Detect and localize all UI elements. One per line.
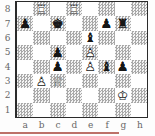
- rank-label-3: 3: [0, 74, 15, 88]
- rank-label-7: 7: [0, 16, 15, 30]
- square-h5[interactable]: [131, 45, 147, 59]
- piece-black-pawn-g4: ♟♟: [116, 60, 130, 74]
- white-pawn-glyph: ♙: [83, 60, 97, 74]
- square-a5[interactable]: [17, 45, 33, 59]
- black-king-glyph: ♚: [51, 17, 65, 31]
- square-e4[interactable]: ♟♙: [82, 60, 98, 74]
- square-b6[interactable]: [33, 31, 49, 45]
- square-b3[interactable]: ♟♙: [33, 74, 49, 88]
- rank-label-4: 4: [0, 60, 15, 74]
- piece-black-bishop-f4: ♝♝: [99, 60, 113, 74]
- square-c6[interactable]: [50, 31, 66, 45]
- scan-underline-mark: [0, 132, 119, 134]
- file-labels: abcdefgh: [17, 117, 148, 132]
- square-d7[interactable]: [66, 16, 82, 30]
- file-label-g: g: [115, 117, 131, 132]
- square-b7[interactable]: [33, 16, 49, 30]
- square-a3[interactable]: [17, 74, 33, 88]
- square-f3[interactable]: [98, 74, 114, 88]
- square-e8[interactable]: [82, 2, 98, 16]
- white-king-glyph: ♔: [116, 88, 130, 102]
- square-d6[interactable]: [66, 31, 82, 45]
- file-label-e: e: [83, 117, 99, 132]
- square-e2[interactable]: [82, 88, 98, 102]
- square-d2[interactable]: [66, 88, 82, 102]
- square-a7[interactable]: ♟♟: [17, 16, 33, 30]
- square-b2[interactable]: [33, 88, 49, 102]
- square-f7[interactable]: ♟♟: [98, 16, 114, 30]
- white-pawn-glyph: ♙: [34, 74, 48, 88]
- square-b1[interactable]: [33, 103, 49, 117]
- white-rook-glyph: ♖: [67, 2, 81, 16]
- square-f8[interactable]: [98, 2, 114, 16]
- piece-white-rook-b8: ♜♖: [34, 2, 48, 16]
- square-a8[interactable]: [17, 2, 33, 16]
- chess-diagram: 87654321 ♜♖♜♖♟♟♚♚♟♟♜♜♝♝♟♟♟♙♟♟♟♙♝♝♟♟♟♙♛♕♚…: [0, 0, 155, 136]
- square-c8[interactable]: [50, 2, 66, 16]
- square-f4[interactable]: ♝♝: [98, 60, 114, 74]
- square-d8[interactable]: ♜♖: [66, 2, 82, 16]
- square-d5[interactable]: [66, 45, 82, 59]
- square-g1[interactable]: [115, 103, 131, 117]
- piece-white-pawn-e5: ♟♙: [83, 45, 97, 59]
- piece-black-king-c7: ♚♚: [51, 17, 65, 31]
- square-c1[interactable]: [50, 103, 66, 117]
- square-e6[interactable]: ♝♝: [82, 31, 98, 45]
- square-c5[interactable]: ♟♟: [50, 45, 66, 59]
- square-g3[interactable]: [115, 74, 131, 88]
- square-b8[interactable]: ♜♖: [33, 2, 49, 16]
- square-g8[interactable]: [115, 2, 131, 16]
- square-c4[interactable]: ♟♟: [50, 60, 66, 74]
- piece-black-rook-g7: ♜♜: [116, 17, 130, 31]
- piece-black-bishop-e6: ♝♝: [83, 31, 97, 45]
- rank-labels: 87654321: [0, 2, 15, 117]
- square-f1[interactable]: [98, 103, 114, 117]
- black-bishop-glyph: ♝: [83, 31, 97, 45]
- piece-white-queen-c3: ♛♕: [51, 74, 65, 88]
- black-pawn-glyph: ♟: [51, 60, 65, 74]
- square-h6[interactable]: [131, 31, 147, 45]
- rank-label-5: 5: [0, 45, 15, 59]
- piece-white-king-g2: ♚♔: [116, 88, 130, 102]
- rank-label-6: 6: [0, 31, 15, 45]
- square-c7[interactable]: ♚♚: [50, 16, 66, 30]
- file-label-c: c: [50, 117, 66, 132]
- white-queen-glyph: ♕: [51, 74, 65, 88]
- square-d4[interactable]: [66, 60, 82, 74]
- file-label-d: d: [66, 117, 82, 132]
- square-f2[interactable]: [98, 88, 114, 102]
- square-h2[interactable]: [131, 88, 147, 102]
- file-label-a: a: [17, 117, 33, 132]
- black-pawn-glyph: ♟: [51, 45, 65, 59]
- file-label-b: b: [33, 117, 49, 132]
- square-h3[interactable]: [131, 74, 147, 88]
- square-b5[interactable]: [33, 45, 49, 59]
- square-e5[interactable]: ♟♙: [82, 45, 98, 59]
- square-b4[interactable]: [33, 60, 49, 74]
- rank-label-2: 2: [0, 88, 15, 102]
- square-a2[interactable]: [17, 88, 33, 102]
- square-g6[interactable]: [115, 31, 131, 45]
- square-d3[interactable]: [66, 74, 82, 88]
- piece-white-pawn-b3: ♟♙: [34, 74, 48, 88]
- piece-white-rook-d8: ♜♖: [67, 2, 81, 16]
- square-f5[interactable]: [98, 45, 114, 59]
- square-e7[interactable]: [82, 16, 98, 30]
- square-g2[interactable]: ♚♔: [115, 88, 131, 102]
- white-rook-glyph: ♖: [34, 2, 48, 16]
- square-a6[interactable]: [17, 31, 33, 45]
- file-label-h: h: [132, 117, 148, 132]
- square-d1[interactable]: [66, 103, 82, 117]
- piece-black-pawn-a7: ♟♟: [18, 17, 32, 31]
- black-rook-glyph: ♜: [116, 17, 130, 31]
- square-f6[interactable]: [98, 31, 114, 45]
- square-a1[interactable]: [17, 103, 33, 117]
- black-pawn-glyph: ♟: [18, 17, 32, 31]
- piece-white-pawn-e4: ♟♙: [83, 60, 97, 74]
- square-h8[interactable]: [131, 2, 147, 16]
- black-pawn-glyph: ♟: [99, 17, 113, 31]
- square-g4[interactable]: ♟♟: [115, 60, 131, 74]
- chess-board: ♜♖♜♖♟♟♚♚♟♟♜♜♝♝♟♟♟♙♟♟♟♙♝♝♟♟♟♙♛♕♚♔: [15, 1, 148, 118]
- square-h4[interactable]: [131, 60, 147, 74]
- rank-label-8: 8: [0, 2, 15, 16]
- square-e1[interactable]: [82, 103, 98, 117]
- white-pawn-glyph: ♙: [83, 45, 97, 59]
- black-pawn-glyph: ♟: [116, 60, 130, 74]
- piece-black-pawn-c4: ♟♟: [51, 60, 65, 74]
- piece-black-pawn-f7: ♟♟: [99, 17, 113, 31]
- piece-black-pawn-c5: ♟♟: [51, 45, 65, 59]
- square-h7[interactable]: [131, 16, 147, 30]
- square-c3[interactable]: ♛♕: [50, 74, 66, 88]
- square-c2[interactable]: [50, 88, 66, 102]
- black-bishop-glyph: ♝: [99, 60, 113, 74]
- square-g5[interactable]: [115, 45, 131, 59]
- square-e3[interactable]: [82, 74, 98, 88]
- square-h1[interactable]: [131, 103, 147, 117]
- file-label-f: f: [99, 117, 115, 132]
- square-a4[interactable]: [17, 60, 33, 74]
- rank-label-1: 1: [0, 103, 15, 117]
- square-g7[interactable]: ♜♜: [115, 16, 131, 30]
